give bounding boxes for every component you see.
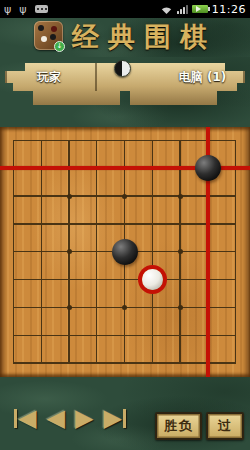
grid-line-h [13,335,236,336]
white-stone-dot [41,36,47,42]
go-app-icon: ↓ [34,21,63,50]
status-right-icons: 11:26 [160,3,246,16]
right-triangle-icon: ▶ [75,405,93,431]
step-back-button[interactable]: ◀ [46,405,64,431]
left-triangle-icon: ◀ [18,405,36,431]
grid-line-v [152,140,153,364]
star-point [67,194,72,199]
star-point [122,194,127,199]
signal-icon [177,4,188,14]
star-point [178,305,183,310]
star-point [178,249,183,254]
player-label: 玩家 [14,69,84,86]
start-bar-icon [14,409,17,428]
left-triangle-icon: ◀ [46,405,64,431]
go-board[interactable] [0,127,250,377]
keyboard-icon [35,5,48,13]
dark-stone-dot [51,26,57,32]
black-stone [112,239,138,265]
pass-button[interactable]: 过 [206,412,244,440]
player-bar: 玩家 电脑 (1) [0,57,250,127]
grid-line-v [235,140,236,364]
star-point [122,305,127,310]
page-title: 经典围棋 [72,21,242,53]
title-bar: ↓ 经典围棋 [0,18,250,57]
star-point [178,194,183,199]
battery-icon [192,5,208,13]
star-point [67,249,72,254]
end-bar-icon [123,409,126,428]
usb-icon: ψ [19,4,26,15]
star-point [67,305,72,310]
grid-line-h [13,279,236,280]
count-result-button[interactable]: 胜负 [155,412,202,440]
black-stone-dot [38,25,44,31]
jump-to-start-button[interactable]: ◀ [14,405,36,431]
green-badge-icon: ↓ [54,41,65,52]
move-navigation: ◀ ◀ ▶ ▶ [14,405,126,431]
status-bar: ψ ψ 11:26 [0,0,250,18]
wifi-icon [160,4,173,15]
jump-to-end-button[interactable]: ▶ [103,405,125,431]
turn-indicator-stone-icon [114,60,131,77]
computer-label: 电脑 (1) [165,69,240,86]
bottom-bar: ◀ ◀ ▶ ▶ 胜负 过 [0,377,250,450]
black-stone-dot [50,34,56,40]
grid-line-h [13,362,236,363]
step-forward-button[interactable]: ▶ [75,405,93,431]
usb-icon: ψ [4,4,11,15]
clock-text: 11:26 [212,3,246,16]
black-stone [195,155,221,181]
right-triangle-icon: ▶ [103,405,121,431]
white-stone [142,269,163,290]
status-left-icons: ψ ψ [4,4,48,15]
